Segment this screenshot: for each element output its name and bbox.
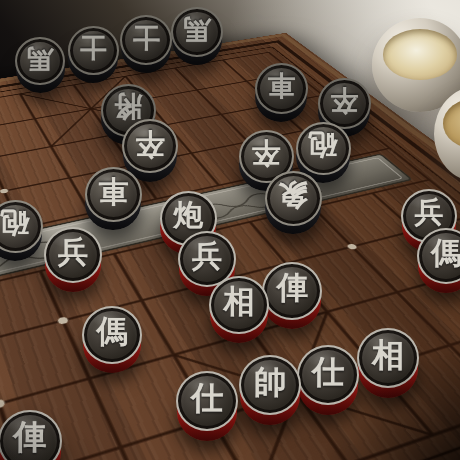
piece-red-傌-i7[interactable]: 傌 xyxy=(417,228,460,292)
piece-face: 馬 xyxy=(15,37,65,85)
piece-face: 士 xyxy=(68,26,119,75)
piece-black-車-h2[interactable]: 車 xyxy=(255,63,308,121)
piece-face: 卒 xyxy=(122,119,178,173)
scene: 馬士士馬將車卒砲卒卒象車砲炮兵兵兵傌俥相傌相仕帥仕俥 xyxy=(0,0,460,460)
piece-black-士-f0[interactable]: 士 xyxy=(120,15,172,72)
piece-face: 俥 xyxy=(0,410,62,460)
piece-black-砲-a4[interactable]: 砲 xyxy=(0,200,43,261)
piece-black-車-b4[interactable]: 車 xyxy=(85,167,142,230)
piece-face: 俥 xyxy=(262,262,322,320)
piece-red-相-g9[interactable]: 相 xyxy=(357,328,419,396)
piece-character: 俥 xyxy=(13,421,46,454)
piece-character: 仕 xyxy=(191,382,223,414)
piece-black-馬-b0[interactable]: 馬 xyxy=(15,37,65,92)
piece-character: 將 xyxy=(114,93,143,122)
piece-character: 兵 xyxy=(192,241,222,271)
piece-face: 帥 xyxy=(239,355,301,415)
piece-face: 相 xyxy=(357,328,419,388)
piece-character: 仕 xyxy=(312,356,344,388)
piece-character: 卒 xyxy=(330,87,358,115)
piece-face: 車 xyxy=(85,167,142,222)
teacup-2 xyxy=(434,86,460,182)
piece-red-俥-a9[interactable]: 俥 xyxy=(0,410,62,460)
piece-red-帥-e9[interactable]: 帥 xyxy=(239,355,301,423)
piece-black-馬-h0[interactable]: 馬 xyxy=(171,7,223,64)
piece-red-俥-f7[interactable]: 俥 xyxy=(262,262,322,328)
piece-face: 士 xyxy=(120,15,172,65)
piece-character: 砲 xyxy=(1,209,30,238)
teacup-1-tea-surface xyxy=(383,29,458,80)
piece-face: 仕 xyxy=(176,371,238,431)
piece-character: 象 xyxy=(278,180,308,210)
piece-face: 象 xyxy=(265,171,322,226)
piece-character: 卒 xyxy=(135,129,164,158)
piece-face: 車 xyxy=(255,63,308,114)
piece-face: 仕 xyxy=(297,345,359,405)
piece-face: 相 xyxy=(209,276,269,334)
piece-character: 卒 xyxy=(252,139,281,168)
piece-character: 相 xyxy=(223,286,254,317)
piece-character: 士 xyxy=(80,34,107,61)
piece-character: 炮 xyxy=(173,200,203,230)
piece-red-傌-b8[interactable]: 傌 xyxy=(82,306,142,372)
piece-character: 車 xyxy=(267,72,295,100)
piece-red-相-e7[interactable]: 相 xyxy=(209,276,269,342)
piece-character: 馬 xyxy=(183,16,210,43)
piece-character: 傌 xyxy=(431,238,460,268)
piece-black-士-d0[interactable]: 士 xyxy=(68,26,119,82)
piece-character: 兵 xyxy=(58,237,88,267)
piece-character: 士 xyxy=(132,24,159,51)
piece-face: 馬 xyxy=(171,7,223,57)
piece-character: 相 xyxy=(372,339,404,371)
piece-character: 兵 xyxy=(414,199,443,228)
piece-character: 砲 xyxy=(309,131,338,160)
piece-red-仕-d9[interactable]: 仕 xyxy=(176,371,238,439)
piece-red-仕-f9[interactable]: 仕 xyxy=(297,345,359,413)
piece-black-象-g4[interactable]: 象 xyxy=(265,171,322,234)
piece-character: 馬 xyxy=(27,46,53,72)
piece-character: 車 xyxy=(98,176,128,206)
piece-face: 砲 xyxy=(296,122,351,175)
piece-character: 俥 xyxy=(276,272,307,303)
piece-character: 傌 xyxy=(96,316,127,347)
piece-face: 傌 xyxy=(82,306,142,364)
piece-face: 兵 xyxy=(44,227,102,283)
piece-character: 帥 xyxy=(254,366,286,398)
piece-red-兵-a6[interactable]: 兵 xyxy=(44,227,102,291)
